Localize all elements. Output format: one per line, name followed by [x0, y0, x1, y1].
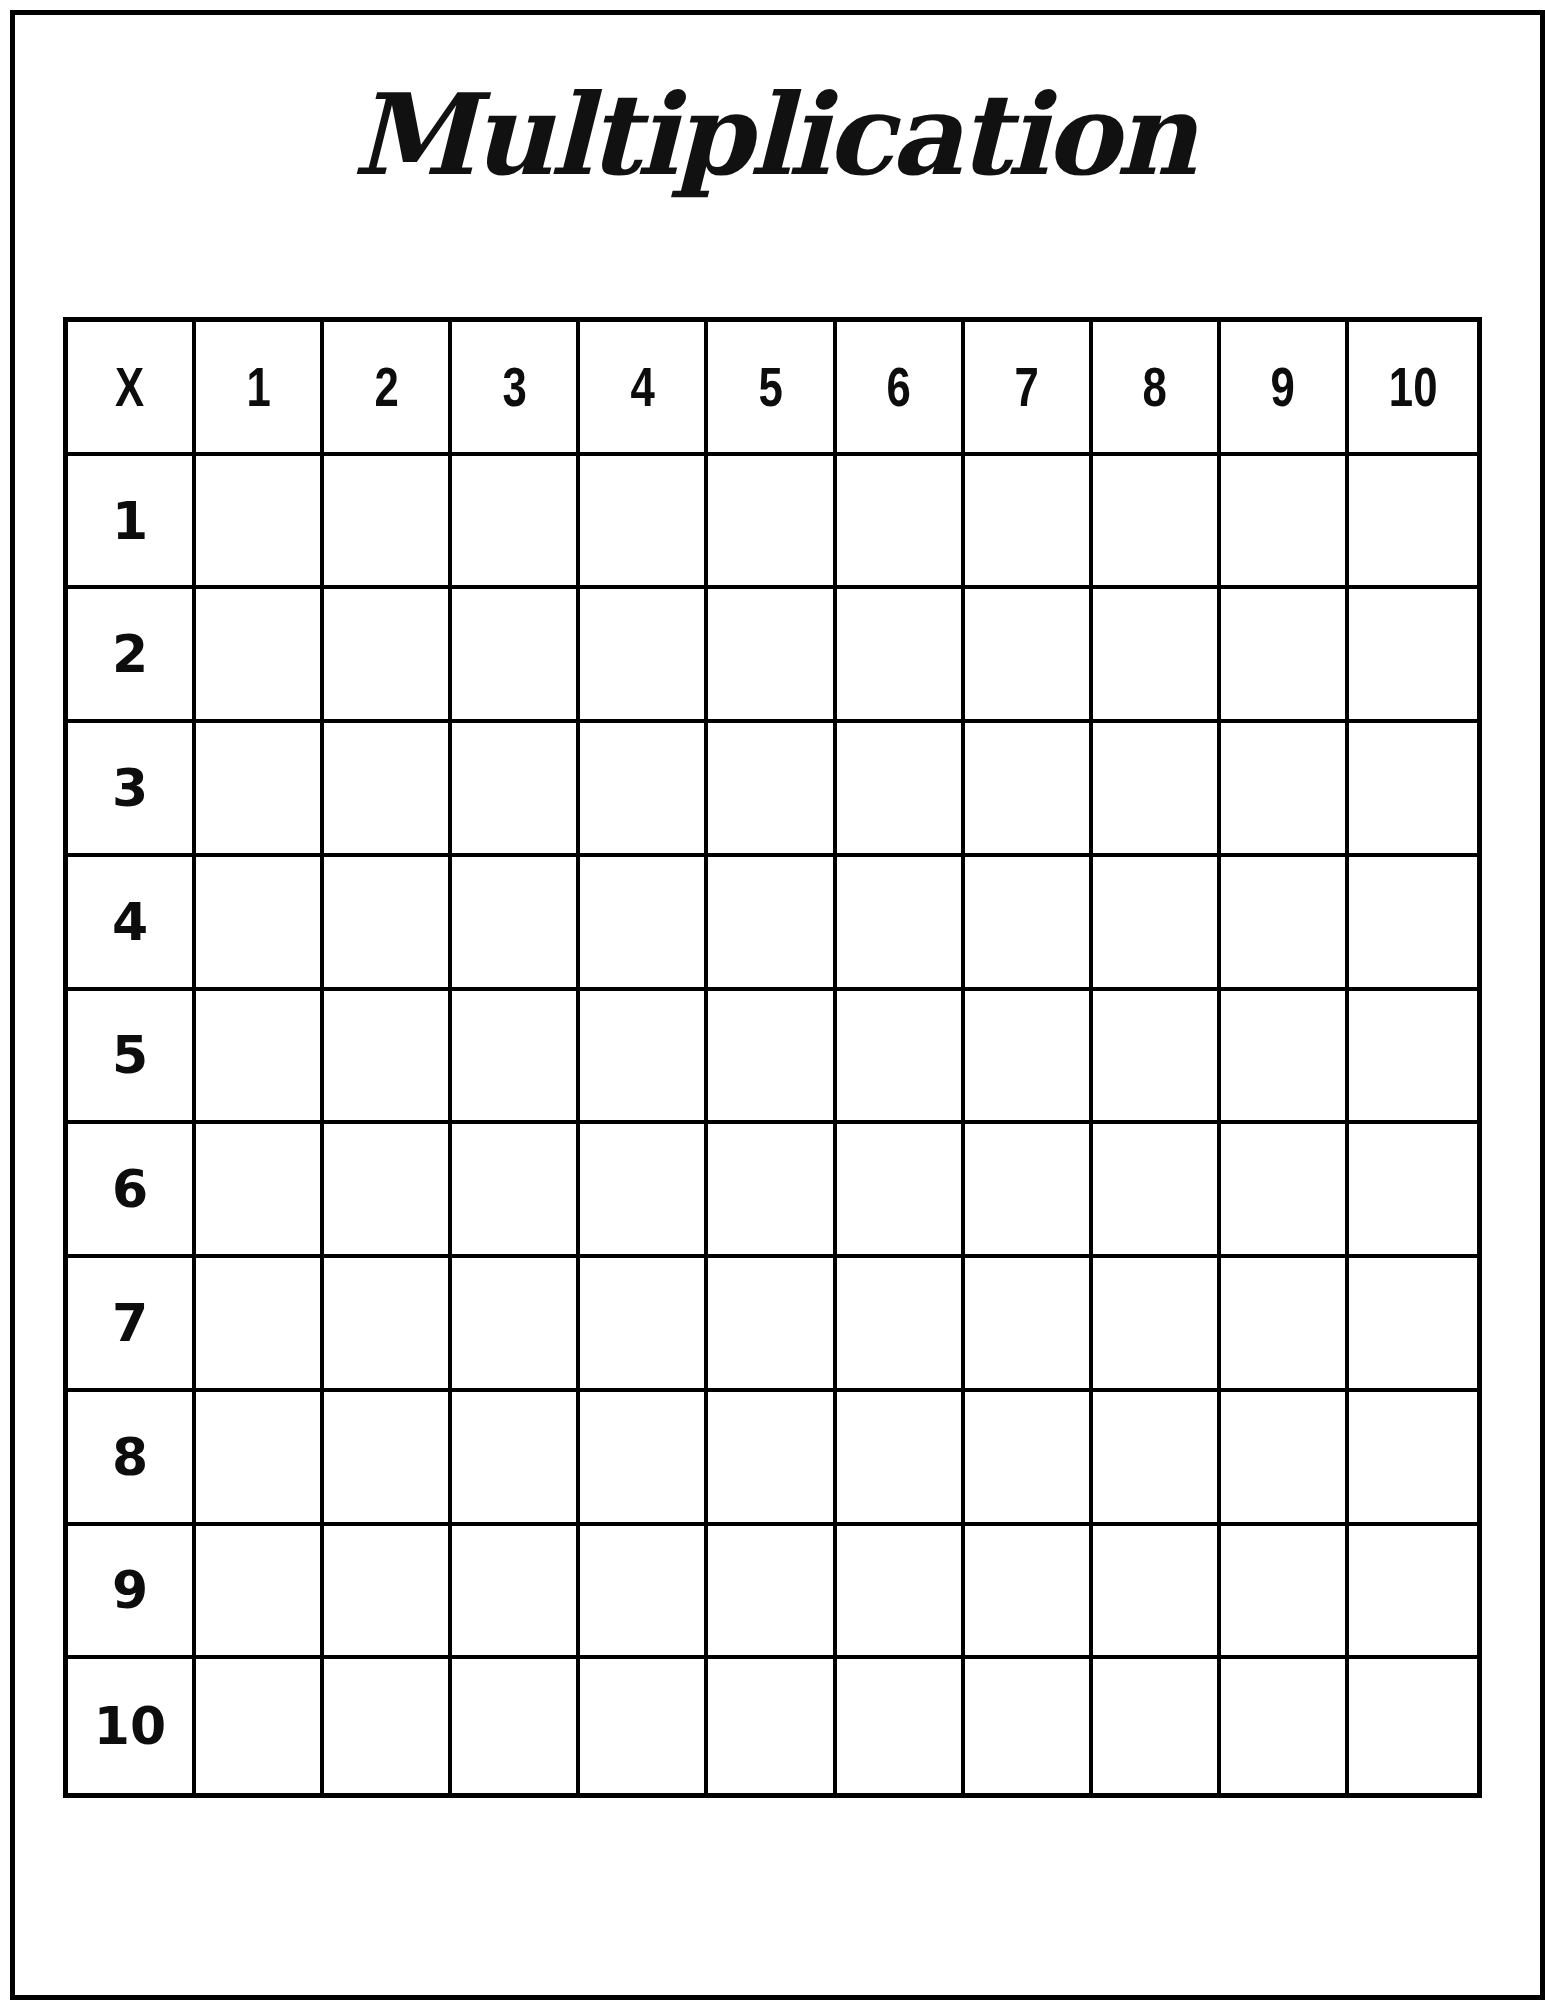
answer-cell-6x8[interactable]: [1093, 1124, 1221, 1258]
answer-cell-10x6[interactable]: [837, 1659, 965, 1793]
header-label: 9: [112, 1564, 148, 1616]
answer-cell-1x7[interactable]: [965, 456, 1093, 590]
answer-cell-5x7[interactable]: [965, 991, 1093, 1125]
header-label: 10: [1389, 359, 1438, 415]
answer-cell-5x6[interactable]: [837, 991, 965, 1125]
row-header-5: 5: [68, 991, 196, 1125]
answer-cell-2x5[interactable]: [708, 589, 836, 723]
answer-cell-7x6[interactable]: [837, 1258, 965, 1392]
answer-cell-5x10[interactable]: [1349, 991, 1477, 1125]
answer-cell-3x8[interactable]: [1093, 723, 1221, 857]
answer-cell-9x4[interactable]: [580, 1526, 708, 1660]
header-label: 9: [1271, 359, 1295, 415]
answer-cell-3x10[interactable]: [1349, 723, 1477, 857]
answer-cell-7x2[interactable]: [324, 1258, 452, 1392]
answer-cell-8x9[interactable]: [1221, 1392, 1349, 1526]
header-label: 8: [112, 1431, 148, 1483]
answer-cell-8x3[interactable]: [452, 1392, 580, 1526]
col-header-3: 3: [452, 322, 580, 456]
answer-cell-9x7[interactable]: [965, 1526, 1093, 1660]
answer-cell-10x7[interactable]: [965, 1659, 1093, 1793]
answer-cell-9x8[interactable]: [1093, 1526, 1221, 1660]
answer-cell-1x4[interactable]: [580, 456, 708, 590]
answer-cell-1x3[interactable]: [452, 456, 580, 590]
answer-cell-7x3[interactable]: [452, 1258, 580, 1392]
header-label: X: [115, 359, 144, 415]
answer-cell-6x10[interactable]: [1349, 1124, 1477, 1258]
col-header-7: 7: [965, 322, 1093, 456]
col-header-2: 2: [324, 322, 452, 456]
header-label: 2: [374, 359, 398, 415]
answer-cell-4x3[interactable]: [452, 857, 580, 991]
col-header-1: 1: [196, 322, 324, 456]
header-label: 10: [94, 1700, 166, 1752]
answer-cell-7x9[interactable]: [1221, 1258, 1349, 1392]
answer-cell-3x6[interactable]: [837, 723, 965, 857]
answer-cell-7x8[interactable]: [1093, 1258, 1221, 1392]
header-label: 1: [112, 495, 148, 547]
header-label: 3: [112, 762, 148, 814]
answer-cell-10x3[interactable]: [452, 1659, 580, 1793]
answer-cell-3x7[interactable]: [965, 723, 1093, 857]
answer-cell-4x7[interactable]: [965, 857, 1093, 991]
answer-cell-7x7[interactable]: [965, 1258, 1093, 1392]
answer-cell-7x1[interactable]: [196, 1258, 324, 1392]
answer-cell-2x6[interactable]: [837, 589, 965, 723]
multiplication-grid: X1234567891012345678910: [63, 317, 1482, 1798]
answer-cell-1x9[interactable]: [1221, 456, 1349, 590]
answer-cell-6x2[interactable]: [324, 1124, 452, 1258]
row-header-10: 10: [68, 1659, 196, 1793]
answer-cell-8x5[interactable]: [708, 1392, 836, 1526]
answer-cell-9x1[interactable]: [196, 1526, 324, 1660]
answer-cell-3x2[interactable]: [324, 723, 452, 857]
header-label: 5: [758, 359, 782, 415]
answer-cell-5x3[interactable]: [452, 991, 580, 1125]
corner-multiply-cell: X: [68, 322, 196, 456]
answer-cell-4x9[interactable]: [1221, 857, 1349, 991]
answer-cell-8x2[interactable]: [324, 1392, 452, 1526]
answer-cell-7x4[interactable]: [580, 1258, 708, 1392]
answer-cell-1x8[interactable]: [1093, 456, 1221, 590]
answer-cell-8x8[interactable]: [1093, 1392, 1221, 1526]
header-label: 4: [630, 359, 654, 415]
answer-cell-8x4[interactable]: [580, 1392, 708, 1526]
header-label: 1: [246, 359, 270, 415]
header-label: 5: [112, 1029, 148, 1081]
answer-cell-2x3[interactable]: [452, 589, 580, 723]
answer-cell-8x7[interactable]: [965, 1392, 1093, 1526]
row-header-8: 8: [68, 1392, 196, 1526]
col-header-5: 5: [708, 322, 836, 456]
col-header-10: 10: [1349, 322, 1477, 456]
answer-cell-4x6[interactable]: [837, 857, 965, 991]
answer-cell-5x5[interactable]: [708, 991, 836, 1125]
answer-cell-8x1[interactable]: [196, 1392, 324, 1526]
answer-cell-3x3[interactable]: [452, 723, 580, 857]
col-header-8: 8: [1093, 322, 1221, 456]
answer-cell-5x8[interactable]: [1093, 991, 1221, 1125]
answer-cell-8x10[interactable]: [1349, 1392, 1477, 1526]
answer-cell-6x9[interactable]: [1221, 1124, 1349, 1258]
answer-cell-1x5[interactable]: [708, 456, 836, 590]
answer-cell-5x2[interactable]: [324, 991, 452, 1125]
answer-cell-1x1[interactable]: [196, 456, 324, 590]
answer-cell-2x9[interactable]: [1221, 589, 1349, 723]
answer-cell-5x9[interactable]: [1221, 991, 1349, 1125]
row-header-3: 3: [68, 723, 196, 857]
answer-cell-4x4[interactable]: [580, 857, 708, 991]
answer-cell-3x5[interactable]: [708, 723, 836, 857]
answer-cell-4x10[interactable]: [1349, 857, 1477, 991]
page-title: Multiplication: [0, 62, 1545, 208]
header-label: 3: [502, 359, 526, 415]
answer-cell-10x5[interactable]: [708, 1659, 836, 1793]
answer-cell-2x4[interactable]: [580, 589, 708, 723]
col-header-9: 9: [1221, 322, 1349, 456]
answer-cell-4x5[interactable]: [708, 857, 836, 991]
answer-cell-9x3[interactable]: [452, 1526, 580, 1660]
answer-cell-2x10[interactable]: [1349, 589, 1477, 723]
answer-cell-3x4[interactable]: [580, 723, 708, 857]
answer-cell-9x5[interactable]: [708, 1526, 836, 1660]
answer-cell-5x1[interactable]: [196, 991, 324, 1125]
header-label: 8: [1143, 359, 1167, 415]
answer-cell-1x2[interactable]: [324, 456, 452, 590]
answer-cell-7x5[interactable]: [708, 1258, 836, 1392]
row-header-6: 6: [68, 1124, 196, 1258]
answer-cell-9x9[interactable]: [1221, 1526, 1349, 1660]
answer-cell-10x2[interactable]: [324, 1659, 452, 1793]
answer-cell-6x6[interactable]: [837, 1124, 965, 1258]
answer-cell-6x5[interactable]: [708, 1124, 836, 1258]
header-label: 4: [112, 896, 148, 948]
row-header-9: 9: [68, 1526, 196, 1660]
answer-cell-9x6[interactable]: [837, 1526, 965, 1660]
header-label: 2: [112, 628, 148, 680]
answer-cell-9x10[interactable]: [1349, 1526, 1477, 1660]
row-header-4: 4: [68, 857, 196, 991]
answer-cell-2x1[interactable]: [196, 589, 324, 723]
answer-cell-1x10[interactable]: [1349, 456, 1477, 590]
col-header-6: 6: [837, 322, 965, 456]
col-header-4: 4: [580, 322, 708, 456]
answer-cell-7x10[interactable]: [1349, 1258, 1477, 1392]
answer-cell-6x4[interactable]: [580, 1124, 708, 1258]
answer-cell-4x2[interactable]: [324, 857, 452, 991]
row-header-2: 2: [68, 589, 196, 723]
row-header-1: 1: [68, 456, 196, 590]
answer-cell-4x1[interactable]: [196, 857, 324, 991]
answer-cell-9x2[interactable]: [324, 1526, 452, 1660]
answer-cell-10x8[interactable]: [1093, 1659, 1221, 1793]
answer-cell-6x3[interactable]: [452, 1124, 580, 1258]
answer-cell-10x10[interactable]: [1349, 1659, 1477, 1793]
answer-cell-8x6[interactable]: [837, 1392, 965, 1526]
header-label: 7: [1015, 359, 1039, 415]
header-label: 7: [112, 1297, 148, 1349]
answer-cell-10x9[interactable]: [1221, 1659, 1349, 1793]
answer-cell-6x7[interactable]: [965, 1124, 1093, 1258]
answer-cell-3x9[interactable]: [1221, 723, 1349, 857]
answer-cell-2x7[interactable]: [965, 589, 1093, 723]
answer-cell-1x6[interactable]: [837, 456, 965, 590]
answer-cell-10x4[interactable]: [580, 1659, 708, 1793]
answer-cell-2x8[interactable]: [1093, 589, 1221, 723]
answer-cell-5x4[interactable]: [580, 991, 708, 1125]
header-label: 6: [886, 359, 910, 415]
header-label: 6: [112, 1163, 148, 1215]
answer-cell-3x1[interactable]: [196, 723, 324, 857]
answer-cell-4x8[interactable]: [1093, 857, 1221, 991]
answer-cell-2x2[interactable]: [324, 589, 452, 723]
row-header-7: 7: [68, 1258, 196, 1392]
answer-cell-10x1[interactable]: [196, 1659, 324, 1793]
answer-cell-6x1[interactable]: [196, 1124, 324, 1258]
